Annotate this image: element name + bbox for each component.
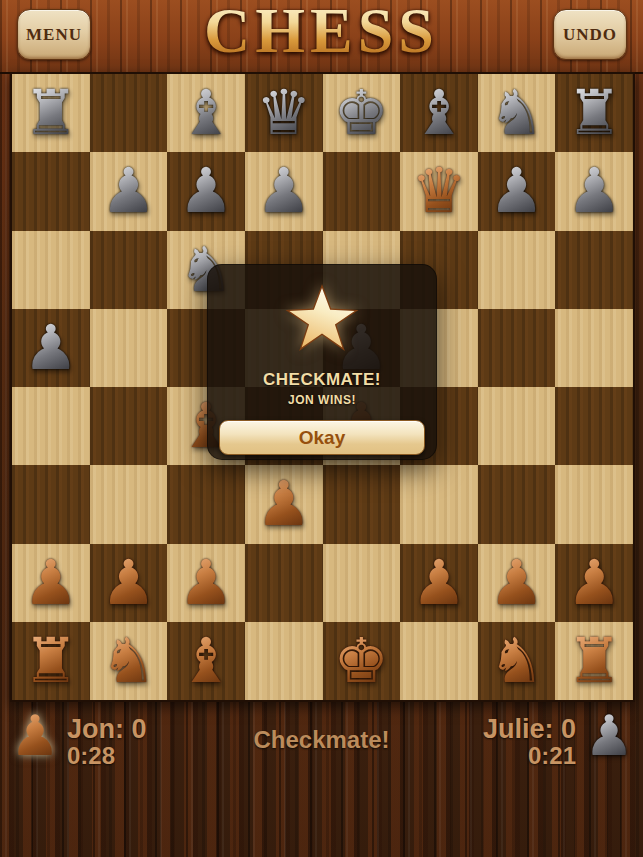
square-a3[interactable] xyxy=(12,465,90,543)
square-d1[interactable] xyxy=(245,622,323,700)
square-b2[interactable]: ♟ xyxy=(90,544,168,622)
checkmate-dialog: CHECKMATE! JON WINS! Okay xyxy=(207,264,437,460)
square-b4[interactable] xyxy=(90,387,168,465)
square-c3[interactable] xyxy=(167,465,245,543)
square-a4[interactable] xyxy=(12,387,90,465)
player-right-score: Julie: 0 xyxy=(430,714,576,745)
white-pawn[interactable]: ♟ xyxy=(101,552,157,614)
square-g6[interactable] xyxy=(478,231,556,309)
player-right-clock: 0:21 xyxy=(430,742,576,770)
white-queen[interactable]: ♛ xyxy=(411,160,467,222)
square-h3[interactable] xyxy=(555,465,633,543)
square-e7[interactable] xyxy=(323,152,401,230)
square-f2[interactable]: ♟ xyxy=(400,544,478,622)
black-knight[interactable]: ♞ xyxy=(489,82,545,144)
undo-button[interactable]: UNDO xyxy=(553,9,627,60)
square-h8[interactable]: ♜ xyxy=(555,74,633,152)
square-g1[interactable]: ♞ xyxy=(478,622,556,700)
white-pawn[interactable]: ♟ xyxy=(411,552,467,614)
square-e8[interactable]: ♚ xyxy=(323,74,401,152)
square-d2[interactable] xyxy=(245,544,323,622)
white-pawn[interactable]: ♟ xyxy=(178,552,234,614)
square-h7[interactable]: ♟ xyxy=(555,152,633,230)
white-pawn[interactable]: ♟ xyxy=(566,552,622,614)
square-h5[interactable] xyxy=(555,309,633,387)
square-f7[interactable]: ♛ xyxy=(400,152,478,230)
square-a6[interactable] xyxy=(12,231,90,309)
black-bishop[interactable]: ♝ xyxy=(178,82,234,144)
square-b6[interactable] xyxy=(90,231,168,309)
square-g8[interactable]: ♞ xyxy=(478,74,556,152)
black-pawn[interactable]: ♟ xyxy=(101,160,157,222)
white-pawn[interactable]: ♟ xyxy=(489,552,545,614)
black-pawn[interactable]: ♟ xyxy=(489,160,545,222)
white-rook[interactable]: ♜ xyxy=(566,630,622,692)
black-rook[interactable]: ♜ xyxy=(566,82,622,144)
square-b8[interactable] xyxy=(90,74,168,152)
black-pawn[interactable]: ♟ xyxy=(178,160,234,222)
white-pawn[interactable]: ♟ xyxy=(256,473,312,535)
black-king[interactable]: ♚ xyxy=(334,82,390,144)
square-e2[interactable] xyxy=(323,544,401,622)
white-rook[interactable]: ♜ xyxy=(23,630,79,692)
square-h6[interactable] xyxy=(555,231,633,309)
black-queen[interactable]: ♛ xyxy=(256,82,312,144)
star-icon xyxy=(284,284,360,356)
square-c2[interactable]: ♟ xyxy=(167,544,245,622)
square-d3[interactable]: ♟ xyxy=(245,465,323,543)
square-c7[interactable]: ♟ xyxy=(167,152,245,230)
square-d8[interactable]: ♛ xyxy=(245,74,323,152)
status-bar: ♟ Jon: 0 0:28 Checkmate! Julie: 0 0:21 ♟ xyxy=(0,706,643,786)
square-g4[interactable] xyxy=(478,387,556,465)
square-b1[interactable]: ♞ xyxy=(90,622,168,700)
app-title: CHESS xyxy=(0,0,643,68)
square-g2[interactable]: ♟ xyxy=(478,544,556,622)
white-king[interactable]: ♚ xyxy=(334,630,390,692)
square-e3[interactable] xyxy=(323,465,401,543)
white-bishop[interactable]: ♝ xyxy=(178,630,234,692)
white-pawn[interactable]: ♟ xyxy=(23,552,79,614)
square-f8[interactable]: ♝ xyxy=(400,74,478,152)
square-a5[interactable]: ♟ xyxy=(12,309,90,387)
black-pawn[interactable]: ♟ xyxy=(566,160,622,222)
square-c1[interactable]: ♝ xyxy=(167,622,245,700)
square-f1[interactable] xyxy=(400,622,478,700)
white-knight[interactable]: ♞ xyxy=(101,630,157,692)
square-a8[interactable]: ♜ xyxy=(12,74,90,152)
black-bishop[interactable]: ♝ xyxy=(411,82,467,144)
dialog-subtitle: JON WINS! xyxy=(288,393,356,407)
square-e1[interactable]: ♚ xyxy=(323,622,401,700)
square-a7[interactable] xyxy=(12,152,90,230)
black-pawn-icon: ♟ xyxy=(584,708,634,764)
white-knight[interactable]: ♞ xyxy=(489,630,545,692)
dialog-title: CHECKMATE! xyxy=(263,370,381,390)
square-h2[interactable]: ♟ xyxy=(555,544,633,622)
square-h1[interactable]: ♜ xyxy=(555,622,633,700)
black-pawn[interactable]: ♟ xyxy=(256,160,312,222)
square-d7[interactable]: ♟ xyxy=(245,152,323,230)
okay-button[interactable]: Okay xyxy=(219,420,425,455)
square-a2[interactable]: ♟ xyxy=(12,544,90,622)
square-b7[interactable]: ♟ xyxy=(90,152,168,230)
menu-button[interactable]: MENU xyxy=(17,9,91,60)
square-h4[interactable] xyxy=(555,387,633,465)
square-b5[interactable] xyxy=(90,309,168,387)
black-pawn[interactable]: ♟ xyxy=(23,317,79,379)
square-a1[interactable]: ♜ xyxy=(12,622,90,700)
black-rook[interactable]: ♜ xyxy=(23,82,79,144)
square-b3[interactable] xyxy=(90,465,168,543)
square-g5[interactable] xyxy=(478,309,556,387)
square-c8[interactable]: ♝ xyxy=(167,74,245,152)
square-g3[interactable] xyxy=(478,465,556,543)
square-f3[interactable] xyxy=(400,465,478,543)
square-g7[interactable]: ♟ xyxy=(478,152,556,230)
header: CHESS MENU UNDO xyxy=(0,0,643,74)
